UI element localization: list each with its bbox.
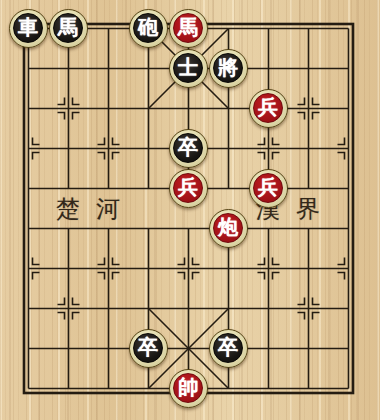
piece-glyph: 兵 [258, 177, 278, 197]
piece-face: 士 [173, 53, 203, 83]
piece-face: 車 [13, 13, 43, 43]
piece-face: 兵 [173, 173, 203, 203]
piece-glyph: 兵 [178, 177, 198, 197]
piece-glyph: 炮 [218, 217, 238, 237]
piece-face: 砲 [133, 13, 163, 43]
piece-glyph: 車 [18, 17, 38, 37]
piece-glyph: 馬 [178, 17, 198, 37]
piece-face: 卒 [173, 133, 203, 163]
piece-black-general[interactable]: 將 [209, 49, 248, 88]
piece-red-horse[interactable]: 馬 [169, 9, 208, 48]
piece-glyph: 馬 [58, 17, 78, 37]
piece-black-advisor[interactable]: 士 [169, 49, 208, 88]
piece-glyph: 卒 [178, 137, 198, 157]
piece-face: 卒 [133, 333, 163, 363]
piece-black-soldier[interactable]: 卒 [129, 329, 168, 368]
piece-glyph: 砲 [138, 17, 158, 37]
piece-black-horse[interactable]: 馬 [49, 9, 88, 48]
xiangqi-board: 楚河 漢界 車馬砲馬士將兵卒兵兵炮卒卒帥 [0, 0, 380, 420]
piece-glyph: 卒 [138, 337, 158, 357]
piece-red-general[interactable]: 帥 [169, 369, 208, 408]
board-grid[interactable]: 車馬砲馬士將兵卒兵兵炮卒卒帥 [8, 8, 368, 408]
piece-face: 炮 [213, 213, 243, 243]
piece-face: 帥 [173, 373, 203, 403]
piece-red-cannon[interactable]: 炮 [209, 209, 248, 248]
piece-face: 將 [213, 53, 243, 83]
piece-black-chariot[interactable]: 車 [9, 9, 48, 48]
piece-face: 兵 [253, 93, 283, 123]
piece-glyph: 帥 [178, 377, 198, 397]
piece-black-soldier[interactable]: 卒 [209, 329, 248, 368]
piece-glyph: 將 [218, 57, 238, 77]
piece-glyph: 卒 [218, 337, 238, 357]
xiangqi-app: { "game": "xiangqi", "position": "rn1cN4… [0, 0, 380, 420]
piece-face: 卒 [213, 333, 243, 363]
piece-red-soldier[interactable]: 兵 [169, 169, 208, 208]
piece-red-soldier[interactable]: 兵 [249, 169, 288, 208]
piece-face: 兵 [253, 173, 283, 203]
piece-red-soldier[interactable]: 兵 [249, 89, 288, 128]
piece-face: 馬 [53, 13, 83, 43]
piece-black-cannon[interactable]: 砲 [129, 9, 168, 48]
piece-glyph: 士 [178, 57, 198, 77]
piece-black-soldier[interactable]: 卒 [169, 129, 208, 168]
piece-face: 馬 [173, 13, 203, 43]
piece-glyph: 兵 [258, 97, 278, 117]
